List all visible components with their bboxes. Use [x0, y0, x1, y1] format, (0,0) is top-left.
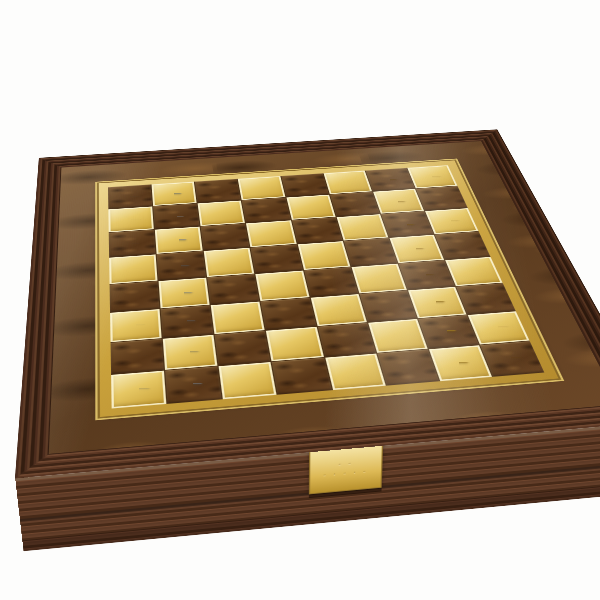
square-c6[interactable]: [336, 214, 388, 240]
square-a4[interactable]: [238, 176, 285, 200]
square-a2[interactable]: [152, 182, 197, 206]
square-b3[interactable]: [198, 201, 245, 227]
square-c4[interactable]: [246, 220, 296, 247]
clasp-engraving-bottom: · · · · ·: [323, 468, 368, 479]
square-a5[interactable]: [281, 173, 329, 197]
square-b1[interactable]: [108, 207, 154, 233]
square-c3[interactable]: [201, 224, 250, 251]
case-top-face: ♜♞♝♛♚♝♞♜♟♟♟♟♟♟♟♟♟♟♟♟♟♟♟♟♜♞♝♛♚♝♞♜ · · · ·…: [15, 130, 600, 479]
chess-case: ♜♞♝♛♚♝♞♜♟♟♟♟♟♟♟♟♟♟♟♟♟♟♟♟♜♞♝♛♚♝♞♜ · · · ·…: [15, 130, 600, 479]
square-d6[interactable]: [343, 238, 397, 266]
square-a6[interactable]: [323, 171, 372, 195]
square-a1[interactable]: [108, 184, 152, 209]
square-c7[interactable]: [381, 211, 434, 237]
square-a3[interactable]: [195, 179, 241, 203]
square-a8[interactable]: [407, 165, 457, 188]
square-b6[interactable]: [330, 192, 380, 217]
square-a7[interactable]: [365, 168, 414, 191]
square-b2[interactable]: [153, 204, 200, 230]
square-d5[interactable]: [297, 241, 350, 269]
square-d4[interactable]: [251, 245, 303, 274]
square-c5[interactable]: [292, 217, 343, 244]
clasp-engraving-top: · ·: [338, 460, 353, 468]
piece-glyph-rook: ♜: [100, 354, 177, 392]
square-b5[interactable]: [286, 195, 335, 220]
clasp[interactable]: · · · · · · ·: [309, 443, 383, 494]
product-photo-scene: ♜♞♝♛♚♝♞♜♟♟♟♟♟♟♟♟♟♟♟♟♟♟♟♟♜♞♝♛♚♝♞♜ · · · ·…: [0, 0, 600, 600]
piece-glyph-pawn: ♟: [422, 337, 497, 365]
square-b4[interactable]: [242, 198, 290, 223]
square-b7[interactable]: [373, 189, 424, 214]
